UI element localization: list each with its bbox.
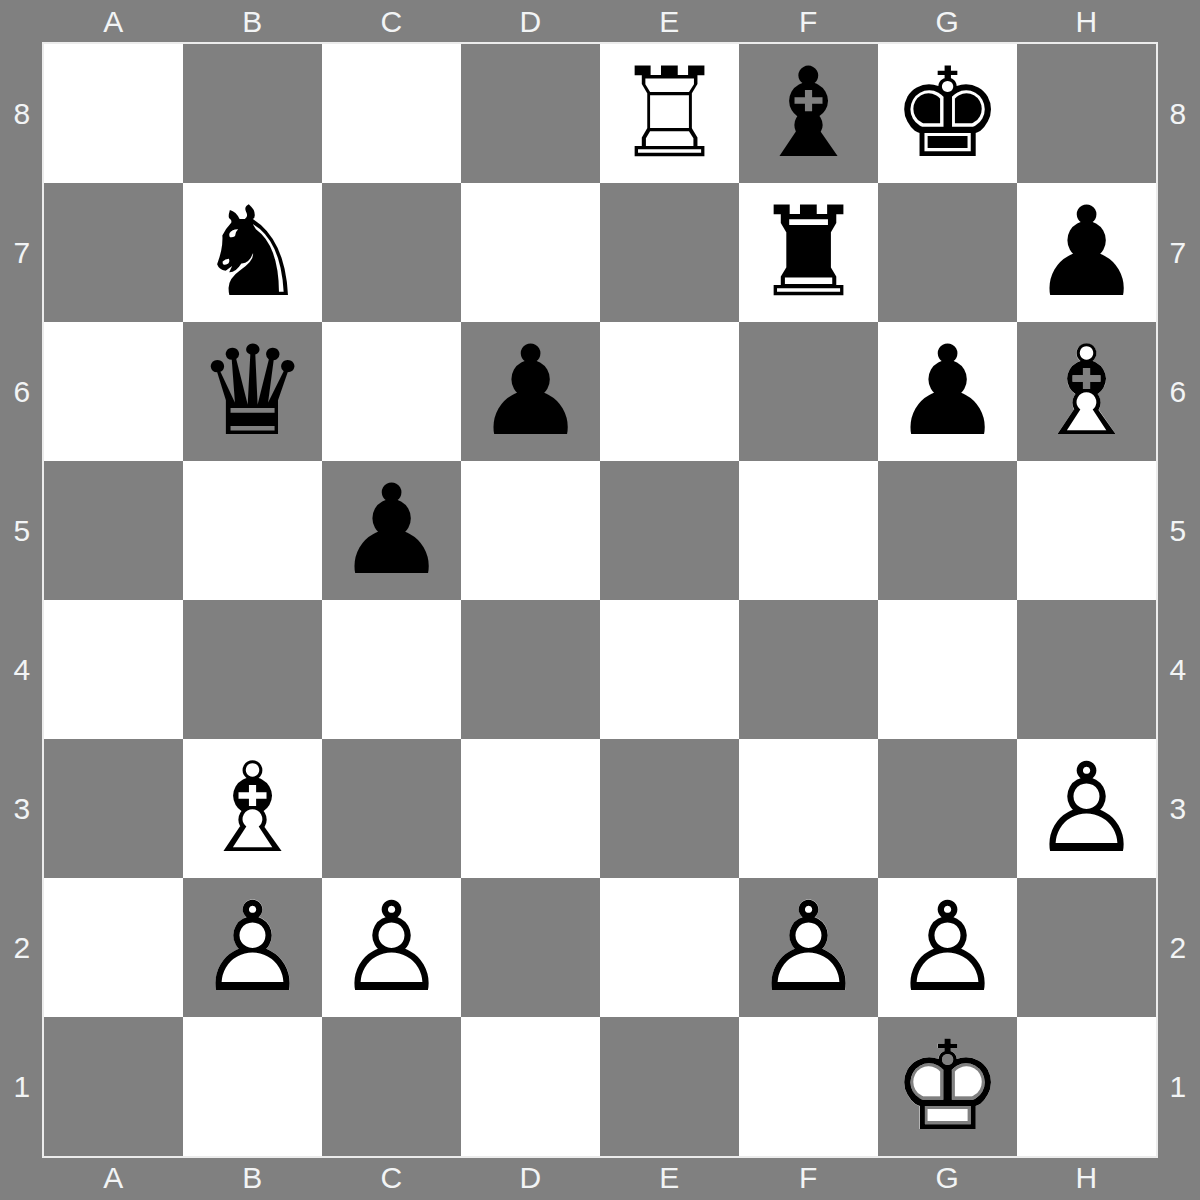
- rank-label-5: 5: [0, 461, 44, 600]
- square-c5[interactable]: ♟: [322, 461, 461, 600]
- file-label-f: F: [739, 1156, 878, 1200]
- file-label-b: B: [183, 0, 322, 44]
- square-b5[interactable]: [183, 461, 322, 600]
- rank-label-6: 6: [1156, 322, 1200, 461]
- square-f6[interactable]: [739, 322, 878, 461]
- rank-label-2: 2: [0, 878, 44, 1017]
- file-label-a: A: [44, 0, 183, 44]
- white-king-outline-glyph: ♔: [878, 1017, 1017, 1156]
- rank-labels-left: 87654321: [0, 44, 44, 1156]
- square-d2[interactable]: [461, 878, 600, 1017]
- file-label-d: D: [461, 0, 600, 44]
- square-h6[interactable]: ♝♗: [1017, 322, 1156, 461]
- square-c2[interactable]: ♟♙: [322, 878, 461, 1017]
- square-c4[interactable]: [322, 600, 461, 739]
- square-d8[interactable]: [461, 44, 600, 183]
- square-c3[interactable]: [322, 739, 461, 878]
- square-g8[interactable]: ♚: [878, 44, 1017, 183]
- file-label-h: H: [1017, 0, 1156, 44]
- square-c6[interactable]: [322, 322, 461, 461]
- black-pawn[interactable]: ♟: [461, 322, 600, 461]
- white-bishop[interactable]: ♝♗: [1017, 322, 1156, 461]
- file-labels-bottom: ABCDEFGH: [44, 1156, 1156, 1200]
- square-a8[interactable]: [44, 44, 183, 183]
- white-rook-outline-glyph: ♖: [600, 44, 739, 183]
- square-h8[interactable]: [1017, 44, 1156, 183]
- square-g3[interactable]: [878, 739, 1017, 878]
- white-pawn-outline-glyph: ♙: [739, 878, 878, 1017]
- file-label-c: C: [322, 0, 461, 44]
- square-b4[interactable]: [183, 600, 322, 739]
- square-d7[interactable]: [461, 183, 600, 322]
- square-e5[interactable]: [600, 461, 739, 600]
- white-pawn[interactable]: ♟♙: [739, 878, 878, 1017]
- square-e8[interactable]: ♜♖: [600, 44, 739, 183]
- square-g1[interactable]: ♚♔: [878, 1017, 1017, 1156]
- square-d4[interactable]: [461, 600, 600, 739]
- square-e1[interactable]: [600, 1017, 739, 1156]
- square-d5[interactable]: [461, 461, 600, 600]
- white-pawn[interactable]: ♟♙: [1017, 739, 1156, 878]
- white-bishop-outline-glyph: ♗: [1017, 322, 1156, 461]
- black-bishop[interactable]: ♝: [739, 44, 878, 183]
- square-a3[interactable]: [44, 739, 183, 878]
- file-label-c: C: [322, 1156, 461, 1200]
- black-pawn[interactable]: ♟: [322, 461, 461, 600]
- square-f8[interactable]: ♝: [739, 44, 878, 183]
- square-f7[interactable]: ♜: [739, 183, 878, 322]
- white-pawn-outline-glyph: ♙: [878, 878, 1017, 1017]
- white-pawn[interactable]: ♟♙: [322, 878, 461, 1017]
- square-b8[interactable]: [183, 44, 322, 183]
- rank-label-3: 3: [1156, 739, 1200, 878]
- file-label-f: F: [739, 0, 878, 44]
- rank-label-8: 8: [1156, 44, 1200, 183]
- white-king[interactable]: ♚♔: [878, 1017, 1017, 1156]
- square-b3[interactable]: ♝♗: [183, 739, 322, 878]
- square-b1[interactable]: [183, 1017, 322, 1156]
- white-rook[interactable]: ♜♖: [600, 44, 739, 183]
- square-a4[interactable]: [44, 600, 183, 739]
- rank-label-1: 1: [1156, 1017, 1200, 1156]
- file-label-b: B: [183, 1156, 322, 1200]
- square-a6[interactable]: [44, 322, 183, 461]
- rank-label-7: 7: [0, 183, 44, 322]
- black-pawn[interactable]: ♟: [1017, 183, 1156, 322]
- square-h5[interactable]: [1017, 461, 1156, 600]
- square-e6[interactable]: [600, 322, 739, 461]
- white-pawn-outline-glyph: ♙: [322, 878, 461, 1017]
- square-d3[interactable]: [461, 739, 600, 878]
- black-pawn[interactable]: ♟: [878, 322, 1017, 461]
- black-knight[interactable]: ♞: [183, 183, 322, 322]
- square-d1[interactable]: [461, 1017, 600, 1156]
- square-c1[interactable]: [322, 1017, 461, 1156]
- square-h2[interactable]: [1017, 878, 1156, 1017]
- square-h4[interactable]: [1017, 600, 1156, 739]
- file-labels-top: ABCDEFGH: [44, 0, 1156, 44]
- black-rook[interactable]: ♜: [739, 183, 878, 322]
- square-a2[interactable]: [44, 878, 183, 1017]
- rank-label-7: 7: [1156, 183, 1200, 322]
- white-pawn-outline-glyph: ♙: [1017, 739, 1156, 878]
- file-label-a: A: [44, 1156, 183, 1200]
- square-f1[interactable]: [739, 1017, 878, 1156]
- square-d6[interactable]: ♟: [461, 322, 600, 461]
- square-c8[interactable]: [322, 44, 461, 183]
- white-pawn[interactable]: ♟♙: [878, 878, 1017, 1017]
- square-e3[interactable]: [600, 739, 739, 878]
- rank-label-8: 8: [0, 44, 44, 183]
- square-f3[interactable]: [739, 739, 878, 878]
- square-a1[interactable]: [44, 1017, 183, 1156]
- square-f2[interactable]: ♟♙: [739, 878, 878, 1017]
- square-g2[interactable]: ♟♙: [878, 878, 1017, 1017]
- white-pawn-outline-glyph: ♙: [183, 878, 322, 1017]
- file-label-e: E: [600, 0, 739, 44]
- square-h7[interactable]: ♟: [1017, 183, 1156, 322]
- square-a7[interactable]: [44, 183, 183, 322]
- rank-label-5: 5: [1156, 461, 1200, 600]
- square-e2[interactable]: [600, 878, 739, 1017]
- file-label-e: E: [600, 1156, 739, 1200]
- rank-label-4: 4: [1156, 600, 1200, 739]
- square-e7[interactable]: [600, 183, 739, 322]
- board-frame: ABCDEFGH ABCDEFGH 87654321 87654321 ♜♖♝♚…: [0, 0, 1200, 1200]
- black-king[interactable]: ♚: [878, 44, 1017, 183]
- rank-label-2: 2: [1156, 878, 1200, 1017]
- square-g7[interactable]: [878, 183, 1017, 322]
- white-pawn[interactable]: ♟♙: [183, 878, 322, 1017]
- rank-label-6: 6: [0, 322, 44, 461]
- square-g4[interactable]: [878, 600, 1017, 739]
- rank-label-4: 4: [0, 600, 44, 739]
- square-g6[interactable]: ♟: [878, 322, 1017, 461]
- square-h3[interactable]: ♟♙: [1017, 739, 1156, 878]
- file-label-g: G: [878, 1156, 1017, 1200]
- square-e4[interactable]: [600, 600, 739, 739]
- rank-labels-right: 87654321: [1156, 44, 1200, 1156]
- square-h1[interactable]: [1017, 1017, 1156, 1156]
- file-label-d: D: [461, 1156, 600, 1200]
- black-queen[interactable]: ♛: [183, 322, 322, 461]
- square-c7[interactable]: [322, 183, 461, 322]
- rank-label-1: 1: [0, 1017, 44, 1156]
- file-label-g: G: [878, 0, 1017, 44]
- square-a5[interactable]: [44, 461, 183, 600]
- file-label-h: H: [1017, 1156, 1156, 1200]
- rank-label-3: 3: [0, 739, 44, 878]
- square-b6[interactable]: ♛: [183, 322, 322, 461]
- white-bishop[interactable]: ♝♗: [183, 739, 322, 878]
- square-f4[interactable]: [739, 600, 878, 739]
- square-b7[interactable]: ♞: [183, 183, 322, 322]
- white-bishop-outline-glyph: ♗: [183, 739, 322, 878]
- square-g5[interactable]: [878, 461, 1017, 600]
- square-f5[interactable]: [739, 461, 878, 600]
- chess-board: ♜♖♝♚♞♜♟♛♟♟♝♗♟♝♗♟♙♟♙♟♙♟♙♟♙♚♔: [42, 42, 1158, 1158]
- square-b2[interactable]: ♟♙: [183, 878, 322, 1017]
